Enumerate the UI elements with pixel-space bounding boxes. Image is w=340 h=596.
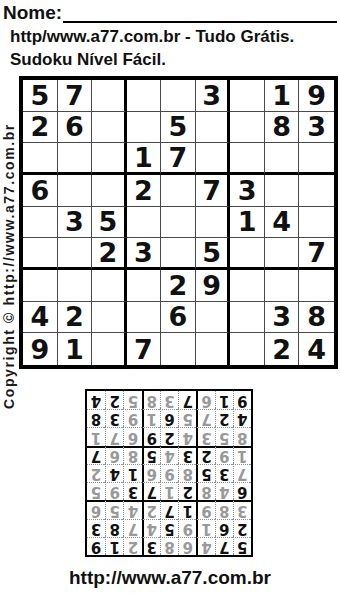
puzzle-cell-r3c1 [23, 143, 58, 175]
solution-cell-r2c8: 8 [105, 519, 123, 537]
solution-cell-r6c4: 3 [178, 446, 196, 464]
puzzle-cell-r9c5 [161, 333, 196, 365]
puzzle-cell-r7c1 [23, 270, 58, 302]
solution-cell-r1c8: 1 [105, 537, 123, 555]
solution-cell-r3c6: 2 [142, 500, 160, 518]
solution-cell-r1c9: 9 [87, 537, 105, 555]
puzzle-cell-r7c3 [92, 270, 127, 302]
solution-cell-r9c6: 8 [142, 391, 160, 409]
solution-cell-r6c1: 1 [233, 446, 251, 464]
puzzle-cell-r6c4: 3 [127, 238, 162, 270]
puzzle-cell-r7c6: 9 [196, 270, 231, 302]
puzzle-cell-r3c3 [92, 143, 127, 175]
copyright-vertical-text: Copyright © http://www.a77.com.br [1, 85, 17, 447]
solution-cell-r6c5: 4 [160, 446, 178, 464]
solution-cell-r2c4: 9 [178, 519, 196, 537]
puzzle-cell-r6c1 [23, 238, 58, 270]
solution-cell-r1c6: 3 [142, 537, 160, 555]
puzzle-cell-r6c6: 5 [196, 238, 231, 270]
solution-cell-r9c4: 7 [178, 391, 196, 409]
solution-cell-r4c7: 3 [123, 482, 141, 500]
puzzle-cell-r8c8: 3 [265, 302, 300, 334]
solution-cell-r7c2: 5 [215, 427, 233, 445]
solution-cell-r8c2: 2 [215, 409, 233, 427]
puzzle-cell-r6c5 [161, 238, 196, 270]
solution-cell-r7c5: 2 [160, 427, 178, 445]
puzzle-cell-r6c8 [265, 238, 300, 270]
solution-cell-r6c3: 2 [196, 446, 214, 464]
solution-cell-r2c5: 5 [160, 519, 178, 537]
solution-cell-r9c8: 2 [105, 391, 123, 409]
puzzle-cell-r4c1: 6 [23, 175, 58, 207]
puzzle-cell-r8c6 [196, 302, 231, 334]
puzzle-cell-r6c3: 2 [92, 238, 127, 270]
solution-cell-r1c2: 7 [215, 537, 233, 555]
solution-cell-r5c9: 2 [87, 464, 105, 482]
name-label: Nome: [3, 3, 62, 23]
solution-cell-r1c3: 4 [196, 537, 214, 555]
puzzle-cell-r9c1: 9 [23, 333, 58, 365]
puzzle-cell-r8c7 [230, 302, 265, 334]
puzzle-cell-r3c6 [196, 143, 231, 175]
footer-url: http://www.a77.com.br [0, 567, 340, 589]
puzzle-cell-r4c9 [299, 175, 334, 207]
solution-cell-r4c3: 8 [196, 482, 214, 500]
puzzle-level-title: Sudoku Nível Fácil. [10, 50, 166, 70]
solution-cell-r6c7: 8 [123, 446, 141, 464]
puzzle-cell-r7c5: 2 [161, 270, 196, 302]
puzzle-cell-r5c4 [127, 207, 162, 239]
puzzle-cell-r9c9: 4 [299, 333, 334, 365]
solution-cell-r3c7: 4 [123, 500, 141, 518]
solution-cell-r5c1: 7 [233, 464, 251, 482]
solution-cell-r9c3: 6 [196, 391, 214, 409]
puzzle-cell-r9c3 [92, 333, 127, 365]
puzzle-cell-r1c1: 5 [23, 80, 58, 112]
puzzle-cell-r2c3 [92, 112, 127, 144]
puzzle-cell-r1c5 [161, 80, 196, 112]
solution-cell-r3c9: 6 [87, 500, 105, 518]
puzzle-cell-r3c7 [230, 143, 265, 175]
puzzle-cell-r8c3 [92, 302, 127, 334]
puzzle-cell-r4c8 [265, 175, 300, 207]
solution-cell-r2c2: 6 [215, 519, 233, 537]
puzzle-cell-r5c8: 4 [265, 207, 300, 239]
solution-cell-r9c1: 9 [233, 391, 251, 409]
solution-cell-r4c9: 5 [87, 482, 105, 500]
puzzle-cell-r1c9: 9 [299, 80, 334, 112]
puzzle-cell-r6c9: 7 [299, 238, 334, 270]
solution-cell-r9c2: 1 [215, 391, 233, 409]
puzzle-cell-r4c5 [161, 175, 196, 207]
solution-cell-r5c2: 3 [215, 464, 233, 482]
solution-cell-r2c9: 3 [87, 519, 105, 537]
solution-cell-r1c7: 2 [123, 537, 141, 555]
puzzle-cell-r9c6 [196, 333, 231, 365]
puzzle-cell-r2c4 [127, 112, 162, 144]
solution-cell-r5c4: 8 [178, 464, 196, 482]
puzzle-cell-r2c5: 5 [161, 112, 196, 144]
puzzle-cell-r3c8 [265, 143, 300, 175]
solution-cell-r8c7: 9 [123, 409, 141, 427]
solution-cell-r3c1: 3 [233, 500, 251, 518]
solution-cell-r4c5: 1 [160, 482, 178, 500]
solution-cell-r7c4: 4 [178, 427, 196, 445]
puzzle-cell-r7c7 [230, 270, 265, 302]
solution-cell-r4c8: 9 [105, 482, 123, 500]
solution-cell-r2c3: 1 [196, 519, 214, 537]
solution-cell-r7c6: 9 [142, 427, 160, 445]
site-url-text: http/www.a77.com.br - Tudo Grátis. [10, 27, 294, 47]
solution-cell-r5c3: 5 [196, 464, 214, 482]
puzzle-cell-r4c3 [92, 175, 127, 207]
puzzle-cell-r5c2: 3 [58, 207, 93, 239]
puzzle-cell-r2c2: 6 [58, 112, 93, 144]
puzzle-cell-r9c8: 2 [265, 333, 300, 365]
puzzle-cell-r3c5: 7 [161, 143, 196, 175]
puzzle-cell-r1c3 [92, 80, 127, 112]
puzzle-cell-r6c2 [58, 238, 93, 270]
solution-cell-r1c5: 8 [160, 537, 178, 555]
puzzle-cell-r8c4 [127, 302, 162, 334]
puzzle-cell-r9c4: 7 [127, 333, 162, 365]
solution-cell-r6c6: 5 [142, 446, 160, 464]
puzzle-cell-r8c5: 6 [161, 302, 196, 334]
puzzle-cell-r1c6: 3 [196, 80, 231, 112]
solution-cell-r8c8: 3 [105, 409, 123, 427]
puzzle-cell-r7c9 [299, 270, 334, 302]
puzzle-cell-r2c6 [196, 112, 231, 144]
solution-cell-r7c8: 7 [105, 427, 123, 445]
solution-cell-r6c2: 9 [215, 446, 233, 464]
solution-cell-r5c7: 1 [123, 464, 141, 482]
solution-cell-r9c9: 4 [87, 391, 105, 409]
puzzle-cell-r3c9 [299, 143, 334, 175]
sudoku-solution-grid: 5746832192619547833891724566482173957358… [85, 389, 253, 557]
puzzle-cell-r5c1 [23, 207, 58, 239]
solution-cell-r8c1: 4 [233, 409, 251, 427]
puzzle-cell-r8c2: 2 [58, 302, 93, 334]
solution-cell-r4c4: 2 [178, 482, 196, 500]
puzzle-cell-r5c9 [299, 207, 334, 239]
solution-cell-r7c1: 8 [233, 427, 251, 445]
puzzle-cell-r4c6: 7 [196, 175, 231, 207]
solution-cell-r9c5: 3 [160, 391, 178, 409]
solution-cell-r2c1: 2 [233, 519, 251, 537]
solution-cell-r7c9: 1 [87, 427, 105, 445]
solution-cell-r7c7: 6 [123, 427, 141, 445]
puzzle-cell-r3c2 [58, 143, 93, 175]
solution-cell-r8c5: 6 [160, 409, 178, 427]
puzzle-cell-r9c7 [230, 333, 265, 365]
solution-cell-r4c1: 6 [233, 482, 251, 500]
solution-cell-r8c9: 8 [87, 409, 105, 427]
solution-cell-r3c2: 8 [215, 500, 233, 518]
puzzle-cell-r5c3: 5 [92, 207, 127, 239]
solution-cell-r7c3: 3 [196, 427, 214, 445]
puzzle-cell-r1c7 [230, 80, 265, 112]
solution-cell-r6c9: 7 [87, 446, 105, 464]
puzzle-cell-r6c7 [230, 238, 265, 270]
solution-cell-r4c6: 7 [142, 482, 160, 500]
name-underline [63, 2, 337, 23]
puzzle-cell-r2c1: 2 [23, 112, 58, 144]
puzzle-cell-r5c6 [196, 207, 231, 239]
sudoku-puzzle-grid: 573192658317627335142357294263891724 [19, 76, 338, 369]
solution-cell-r5c6: 6 [142, 464, 160, 482]
solution-cell-r1c4: 6 [178, 537, 196, 555]
puzzle-cell-r5c5 [161, 207, 196, 239]
solution-cell-r9c7: 5 [123, 391, 141, 409]
solution-cell-r8c3: 7 [196, 409, 214, 427]
puzzle-cell-r5c7: 1 [230, 207, 265, 239]
puzzle-cell-r2c7 [230, 112, 265, 144]
solution-cell-r3c8: 5 [105, 500, 123, 518]
puzzle-cell-r4c7: 3 [230, 175, 265, 207]
puzzle-cell-r1c8: 1 [265, 80, 300, 112]
solution-cell-r8c4: 5 [178, 409, 196, 427]
solution-cell-r2c6: 4 [142, 519, 160, 537]
solution-cell-r4c2: 4 [215, 482, 233, 500]
puzzle-cell-r1c4 [127, 80, 162, 112]
puzzle-cell-r7c4 [127, 270, 162, 302]
puzzle-cell-r7c2 [58, 270, 93, 302]
puzzle-cell-r9c2: 1 [58, 333, 93, 365]
solution-cell-r6c8: 6 [105, 446, 123, 464]
puzzle-cell-r3c4: 1 [127, 143, 162, 175]
solution-cell-r3c4: 1 [178, 500, 196, 518]
puzzle-cell-r4c4: 2 [127, 175, 162, 207]
solution-cell-r2c7: 7 [123, 519, 141, 537]
name-row: Nome: [3, 2, 337, 23]
solution-cell-r5c8: 4 [105, 464, 123, 482]
puzzle-cell-r4c2 [58, 175, 93, 207]
puzzle-cell-r2c9: 3 [299, 112, 334, 144]
solution-cell-r3c3: 9 [196, 500, 214, 518]
puzzle-cell-r8c1: 4 [23, 302, 58, 334]
solution-cell-r5c5: 9 [160, 464, 178, 482]
solution-cell-r3c5: 7 [160, 500, 178, 518]
solution-cell-r1c1: 5 [233, 537, 251, 555]
puzzle-cell-r1c2: 7 [58, 80, 93, 112]
puzzle-cell-r2c8: 8 [265, 112, 300, 144]
solution-cell-r8c6: 1 [142, 409, 160, 427]
puzzle-cell-r8c9: 8 [299, 302, 334, 334]
puzzle-cell-r7c8 [265, 270, 300, 302]
